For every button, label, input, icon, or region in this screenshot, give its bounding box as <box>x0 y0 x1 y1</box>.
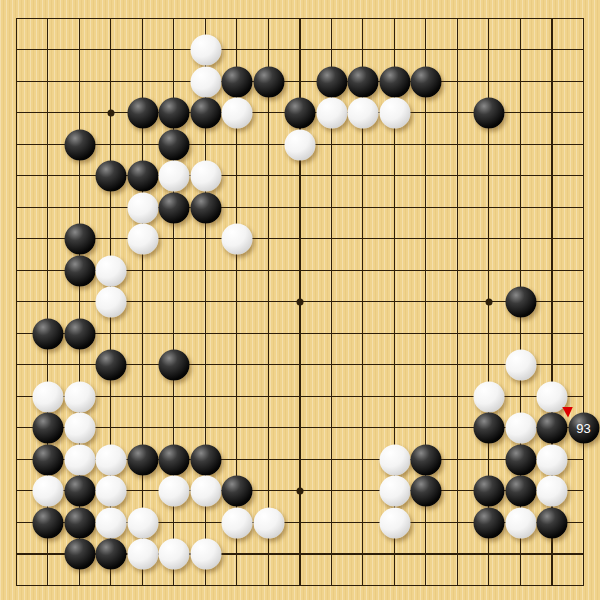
stone-black <box>222 66 253 97</box>
stone-black <box>537 507 568 538</box>
stone-black <box>96 539 127 570</box>
stone-white <box>348 98 379 129</box>
stone-black <box>64 129 95 160</box>
stone-black <box>159 192 190 223</box>
stone-white <box>316 98 347 129</box>
stone-white <box>505 350 536 381</box>
stone-black <box>96 161 127 192</box>
stone-black <box>33 507 64 538</box>
stone-white <box>64 444 95 475</box>
stone-black <box>253 66 284 97</box>
stone-white <box>379 476 410 507</box>
stone-white <box>64 413 95 444</box>
stone-white <box>159 161 190 192</box>
stone-black <box>411 66 442 97</box>
stone-white <box>285 129 316 160</box>
stone-white <box>253 507 284 538</box>
stone-black-93: 93 <box>568 413 599 444</box>
stone-black <box>348 66 379 97</box>
stone-white <box>159 539 190 570</box>
stone-black <box>411 476 442 507</box>
stone-white <box>33 476 64 507</box>
stone-black <box>505 476 536 507</box>
move-number-label: 93 <box>576 422 590 435</box>
star-point <box>297 488 304 495</box>
stone-white <box>222 507 253 538</box>
stone-black <box>505 287 536 318</box>
stone-white <box>64 381 95 412</box>
stone-black <box>190 98 221 129</box>
stone-white <box>33 381 64 412</box>
stone-black <box>33 413 64 444</box>
stone-white <box>474 381 505 412</box>
stone-black <box>127 98 158 129</box>
stone-black <box>159 350 190 381</box>
stone-black <box>127 444 158 475</box>
stone-white <box>537 476 568 507</box>
stone-black <box>474 507 505 538</box>
stone-white <box>127 507 158 538</box>
stone-white <box>159 476 190 507</box>
star-point <box>486 299 493 306</box>
stone-black <box>33 444 64 475</box>
stone-black <box>127 161 158 192</box>
stone-black <box>474 98 505 129</box>
stone-black <box>379 66 410 97</box>
stone-white <box>190 35 221 66</box>
stone-white <box>96 476 127 507</box>
stone-black <box>190 444 221 475</box>
stone-white <box>127 224 158 255</box>
stone-black <box>285 98 316 129</box>
stone-white <box>127 192 158 223</box>
stone-black <box>96 350 127 381</box>
stone-white <box>190 161 221 192</box>
go-board[interactable]: 93 <box>0 0 600 600</box>
stone-black <box>474 413 505 444</box>
stone-black <box>64 255 95 286</box>
stone-white <box>537 444 568 475</box>
stone-white <box>96 287 127 318</box>
stone-white <box>96 507 127 538</box>
stone-white <box>190 66 221 97</box>
stone-black <box>159 98 190 129</box>
stone-black <box>537 413 568 444</box>
stone-black <box>411 444 442 475</box>
stone-black <box>190 192 221 223</box>
stone-white <box>96 444 127 475</box>
stone-black <box>64 318 95 349</box>
stone-white <box>127 539 158 570</box>
stone-white <box>222 224 253 255</box>
star-point <box>108 110 115 117</box>
stone-black <box>64 507 95 538</box>
stone-black <box>64 224 95 255</box>
stone-black <box>222 476 253 507</box>
stone-black <box>64 476 95 507</box>
stone-white <box>379 444 410 475</box>
stone-white <box>222 98 253 129</box>
stone-black <box>159 444 190 475</box>
stone-white <box>505 413 536 444</box>
stone-white <box>505 507 536 538</box>
stone-black <box>159 129 190 160</box>
stone-white <box>190 539 221 570</box>
stone-black <box>64 539 95 570</box>
star-point <box>297 299 304 306</box>
stone-white <box>96 255 127 286</box>
stone-white <box>379 98 410 129</box>
stone-black <box>474 476 505 507</box>
stone-white <box>190 476 221 507</box>
stone-black <box>316 66 347 97</box>
stone-white <box>379 507 410 538</box>
stone-black <box>33 318 64 349</box>
stone-black <box>505 444 536 475</box>
